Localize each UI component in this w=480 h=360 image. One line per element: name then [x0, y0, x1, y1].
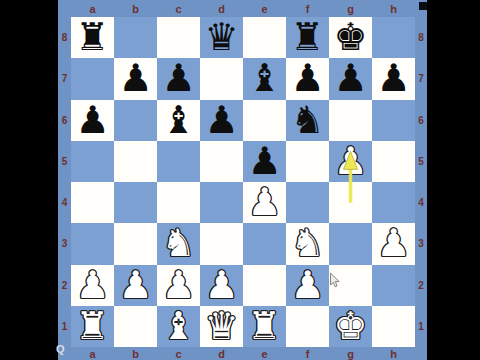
square-h6[interactable]: [372, 100, 415, 141]
rank-label-4: 4: [58, 182, 71, 223]
rank-label-2: 2: [415, 265, 427, 306]
square-f4[interactable]: [286, 182, 329, 223]
piece-black-pawn[interactable]: ♟: [247, 141, 281, 182]
piece-white-pawn[interactable]: ♟: [333, 141, 367, 182]
rank-label-1: 1: [58, 306, 71, 347]
square-c6[interactable]: ♝: [157, 100, 200, 141]
rank-label-5: 5: [58, 141, 71, 182]
piece-black-rook[interactable]: ♜: [75, 17, 109, 58]
square-f7[interactable]: ♟: [286, 58, 329, 99]
rank-label-4: 4: [415, 182, 427, 223]
square-a2[interactable]: ♟: [71, 265, 114, 306]
square-f8[interactable]: ♜: [286, 17, 329, 58]
square-h4[interactable]: [372, 182, 415, 223]
piece-black-pawn[interactable]: ♟: [376, 58, 410, 99]
piece-white-pawn[interactable]: ♟: [75, 265, 109, 306]
square-h1[interactable]: [372, 306, 415, 347]
square-g8[interactable]: ♚: [329, 17, 372, 58]
file-label-d: d: [200, 347, 243, 360]
piece-black-knight[interactable]: ♞: [290, 100, 324, 141]
file-label-b: b: [114, 0, 157, 17]
rank-labels-right: 87654321: [415, 17, 427, 347]
square-d8[interactable]: ♛: [200, 17, 243, 58]
square-e8[interactable]: [243, 17, 286, 58]
square-a4[interactable]: [71, 182, 114, 223]
square-b8[interactable]: [114, 17, 157, 58]
square-c4[interactable]: [157, 182, 200, 223]
rank-label-7: 7: [415, 58, 427, 99]
rank-label-8: 8: [58, 17, 71, 58]
square-e4[interactable]: ♟: [243, 182, 286, 223]
corner-mark: [419, 2, 427, 10]
rank-label-7: 7: [58, 58, 71, 99]
square-d3[interactable]: [200, 223, 243, 264]
square-c7[interactable]: ♟: [157, 58, 200, 99]
square-h7[interactable]: ♟: [372, 58, 415, 99]
file-label-c: c: [157, 0, 200, 17]
piece-black-bishop[interactable]: ♝: [161, 100, 195, 141]
rank-label-5: 5: [415, 141, 427, 182]
square-e3[interactable]: [243, 223, 286, 264]
square-c3[interactable]: ♞: [157, 223, 200, 264]
square-d1[interactable]: ♛: [200, 306, 243, 347]
square-g6[interactable]: [329, 100, 372, 141]
square-h8[interactable]: [372, 17, 415, 58]
square-f2[interactable]: ♟: [286, 265, 329, 306]
piece-black-pawn[interactable]: ♟: [290, 58, 324, 99]
square-f6[interactable]: ♞: [286, 100, 329, 141]
square-c8[interactable]: [157, 17, 200, 58]
file-label-h: h: [372, 0, 415, 17]
piece-white-knight[interactable]: ♞: [290, 223, 324, 264]
square-b6[interactable]: [114, 100, 157, 141]
file-label-e: e: [243, 0, 286, 17]
piece-black-pawn[interactable]: ♟: [75, 100, 109, 141]
piece-white-rook[interactable]: ♜: [247, 306, 281, 347]
square-d6[interactable]: ♟: [200, 100, 243, 141]
rank-label-8: 8: [415, 17, 427, 58]
watermark-q: Q: [56, 343, 65, 355]
square-g3[interactable]: [329, 223, 372, 264]
rank-label-3: 3: [58, 223, 71, 264]
piece-black-rook[interactable]: ♜: [290, 17, 324, 58]
file-labels-bottom: abcdefgh: [71, 347, 415, 360]
square-d7[interactable]: [200, 58, 243, 99]
piece-white-pawn[interactable]: ♟: [290, 265, 324, 306]
square-a8[interactable]: ♜: [71, 17, 114, 58]
board-squares: ♜♛♜♚♟♟♝♟♟♟♟♝♟♞♟♟♟♞♞♟♟♟♟♟♟♜♝♛♜♚: [71, 17, 415, 347]
piece-white-pawn[interactable]: ♟: [247, 182, 281, 223]
square-c2[interactable]: ♟: [157, 265, 200, 306]
piece-white-queen[interactable]: ♛: [204, 306, 238, 347]
square-a7[interactable]: [71, 58, 114, 99]
square-h2[interactable]: [372, 265, 415, 306]
square-e2[interactable]: [243, 265, 286, 306]
rank-labels-left: 87654321: [58, 17, 71, 347]
square-d2[interactable]: ♟: [200, 265, 243, 306]
square-b7[interactable]: ♟: [114, 58, 157, 99]
square-c5[interactable]: [157, 141, 200, 182]
square-b5[interactable]: [114, 141, 157, 182]
square-e1[interactable]: ♜: [243, 306, 286, 347]
piece-white-pawn[interactable]: ♟: [118, 265, 152, 306]
video-frame: abcdefgh 87654321 ♜♛♜♚♟♟♝♟♟♟♟♝♟♞♟♟♟♞♞♟♟♟…: [0, 0, 480, 360]
rank-label-1: 1: [415, 306, 427, 347]
piece-black-pawn[interactable]: ♟: [161, 58, 195, 99]
file-label-h: h: [372, 347, 415, 360]
piece-white-rook[interactable]: ♜: [75, 306, 109, 347]
piece-black-bishop[interactable]: ♝: [247, 58, 281, 99]
square-g5[interactable]: ♟: [329, 141, 372, 182]
square-h3[interactable]: ♟: [372, 223, 415, 264]
rank-label-3: 3: [415, 223, 427, 264]
square-g2[interactable]: [329, 265, 372, 306]
square-h5[interactable]: [372, 141, 415, 182]
piece-white-bishop[interactable]: ♝: [161, 306, 195, 347]
piece-black-queen[interactable]: ♛: [204, 17, 238, 58]
file-label-c: c: [157, 347, 200, 360]
piece-black-king[interactable]: ♚: [333, 17, 367, 58]
rank-label-2: 2: [58, 265, 71, 306]
square-b2[interactable]: ♟: [114, 265, 157, 306]
square-f5[interactable]: [286, 141, 329, 182]
piece-white-pawn[interactable]: ♟: [161, 265, 195, 306]
rank-label-6: 6: [415, 100, 427, 141]
square-b1[interactable]: [114, 306, 157, 347]
piece-white-king[interactable]: ♚: [333, 306, 367, 347]
square-g4[interactable]: [329, 182, 372, 223]
file-label-g: g: [329, 347, 372, 360]
square-c1[interactable]: ♝: [157, 306, 200, 347]
file-label-a: a: [71, 347, 114, 360]
square-e6[interactable]: [243, 100, 286, 141]
square-g1[interactable]: ♚: [329, 306, 372, 347]
square-a3[interactable]: [71, 223, 114, 264]
square-f1[interactable]: [286, 306, 329, 347]
square-f3[interactable]: ♞: [286, 223, 329, 264]
square-g7[interactable]: ♟: [329, 58, 372, 99]
chess-board: abcdefgh 87654321 ♜♛♜♚♟♟♝♟♟♟♟♝♟♞♟♟♟♞♞♟♟♟…: [58, 0, 427, 360]
square-a6[interactable]: ♟: [71, 100, 114, 141]
square-d5[interactable]: [200, 141, 243, 182]
square-a5[interactable]: [71, 141, 114, 182]
file-label-e: e: [243, 347, 286, 360]
square-e5[interactable]: ♟: [243, 141, 286, 182]
piece-black-pawn[interactable]: ♟: [118, 58, 152, 99]
square-b4[interactable]: [114, 182, 157, 223]
piece-black-pawn[interactable]: ♟: [204, 100, 238, 141]
piece-white-pawn[interactable]: ♟: [204, 265, 238, 306]
rank-label-6: 6: [58, 100, 71, 141]
square-e7[interactable]: ♝: [243, 58, 286, 99]
piece-white-pawn[interactable]: ♟: [376, 223, 410, 264]
square-a1[interactable]: ♜: [71, 306, 114, 347]
piece-white-knight[interactable]: ♞: [161, 223, 195, 264]
file-label-f: f: [286, 347, 329, 360]
square-b3[interactable]: [114, 223, 157, 264]
piece-black-pawn[interactable]: ♟: [333, 58, 367, 99]
file-label-b: b: [114, 347, 157, 360]
square-d4[interactable]: [200, 182, 243, 223]
